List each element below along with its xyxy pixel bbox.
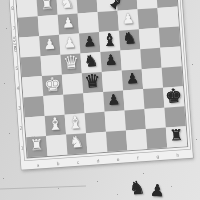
square-a6[interactable] [19,36,40,57]
black-king[interactable]: ♚ [164,85,182,105]
file-label-d: d [88,158,108,164]
black-bishop[interactable]: ♝ [101,31,117,49]
square-h2[interactable] [164,106,185,127]
white-pawn[interactable]: ♟ [63,35,77,50]
file-label-h: h [168,153,188,159]
square-e1[interactable] [106,130,127,151]
black-pawn[interactable]: ♟ [126,71,140,86]
square-g1[interactable] [146,128,167,149]
captured-black-knight[interactable]: ♞ [128,178,145,197]
square-c1[interactable]: ♞ [66,133,87,154]
square-a8[interactable] [16,0,37,18]
rank-label-7: 7 [12,18,16,38]
square-f1[interactable] [126,129,147,150]
square-e4[interactable] [102,71,123,92]
square-c5[interactable]: ♛ [60,53,81,74]
square-g3[interactable] [143,88,164,109]
rank-label-2: 2 [19,118,23,138]
square-g4[interactable] [142,68,163,89]
square-b6[interactable]: ♟ [39,35,60,56]
square-d2[interactable] [85,112,106,133]
black-rook[interactable]: ♜ [169,127,183,143]
black-queen[interactable]: ♛ [84,72,101,91]
square-b1[interactable] [46,135,67,156]
square-c4[interactable] [62,73,83,94]
white-bishop[interactable]: ♝ [47,115,63,133]
square-e3[interactable]: ♟ [103,90,124,111]
square-f5[interactable] [120,49,141,70]
file-label-c: c [68,160,88,166]
square-g7[interactable] [138,8,159,29]
square-e2[interactable] [105,110,126,131]
square-f4[interactable]: ♟ [122,69,143,90]
black-knight[interactable]: ♞ [83,53,98,70]
white-rook[interactable]: ♜ [29,137,43,153]
square-h6[interactable] [159,26,180,47]
square-d7[interactable] [78,12,99,33]
white-king[interactable]: ♚ [43,74,61,94]
chessboard-photo: CHESS ❖ ♜♞♟♟♟♟♟♝♞♛♞♟♚♛♟♟♚♝♝♜♞♜ abcdefgh … [0,0,200,200]
square-a2[interactable] [25,116,46,137]
white-knight[interactable]: ♞ [69,134,84,151]
square-d1[interactable] [86,132,107,153]
square-a5[interactable] [21,56,42,77]
black-knight[interactable]: ♞ [122,30,137,47]
white-pawn[interactable]: ♟ [43,37,57,52]
black-pawn[interactable]: ♟ [107,92,121,107]
square-h1[interactable]: ♜ [166,126,187,147]
dust-speckles [0,0,1,1]
square-b7[interactable] [38,15,59,36]
white-bishop[interactable]: ♝ [67,113,83,131]
square-d3[interactable] [83,92,104,113]
board-grid: ♜♞♟♟♟♟♟♝♞♛♞♟♚♛♟♟♚♝♝♜♞♜ [16,0,187,157]
square-e6[interactable]: ♝ [99,31,120,52]
square-a4[interactable] [22,76,43,97]
square-g6[interactable] [139,28,160,49]
rank-label-8: 8 [10,0,14,18]
square-g5[interactable] [140,48,161,69]
rank-label-1: 1 [20,138,24,158]
square-e5[interactable]: ♟ [100,51,121,72]
square-b8[interactable]: ♜ [36,0,57,16]
white-knight[interactable]: ♞ [59,0,74,11]
square-a3[interactable] [23,96,44,117]
square-f2[interactable] [125,109,146,130]
table-edge-line [0,185,86,189]
rank-label-4: 4 [16,78,20,98]
square-h7[interactable] [157,7,178,28]
rank-label-5: 5 [15,58,19,78]
white-pawn[interactable]: ♟ [62,15,76,30]
square-a1[interactable]: ♜ [26,136,47,157]
black-pawn[interactable]: ♟ [104,52,118,67]
file-label-b: b [48,161,68,167]
white-rook[interactable]: ♜ [40,0,54,12]
square-b2[interactable]: ♝ [45,115,66,136]
square-h5[interactable] [160,46,181,67]
square-f6[interactable]: ♞ [119,29,140,50]
square-c7[interactable]: ♟ [58,13,79,34]
white-pawn[interactable]: ♟ [121,11,135,26]
square-f3[interactable] [123,89,144,110]
square-a7[interactable] [18,16,39,37]
black-pawn[interactable]: ♟ [83,34,97,49]
chess-board: CHESS ❖ ♜♞♟♟♟♟♟♝♞♛♞♟♚♛♟♟♚♝♝♜♞♜ abcdefgh … [9,0,193,170]
file-label-a: a [28,162,48,168]
captured-black-pawn[interactable]: ♟ [150,183,165,200]
square-d4[interactable]: ♛ [82,72,103,93]
rank-label-3: 3 [17,98,21,118]
square-h3[interactable]: ♚ [163,86,184,107]
square-b4[interactable]: ♚ [42,75,63,96]
file-label-g: g [148,154,168,160]
file-label-f: f [128,155,148,161]
white-queen[interactable]: ♛ [62,53,79,72]
file-label-e: e [108,157,128,163]
square-g2[interactable] [144,108,165,129]
